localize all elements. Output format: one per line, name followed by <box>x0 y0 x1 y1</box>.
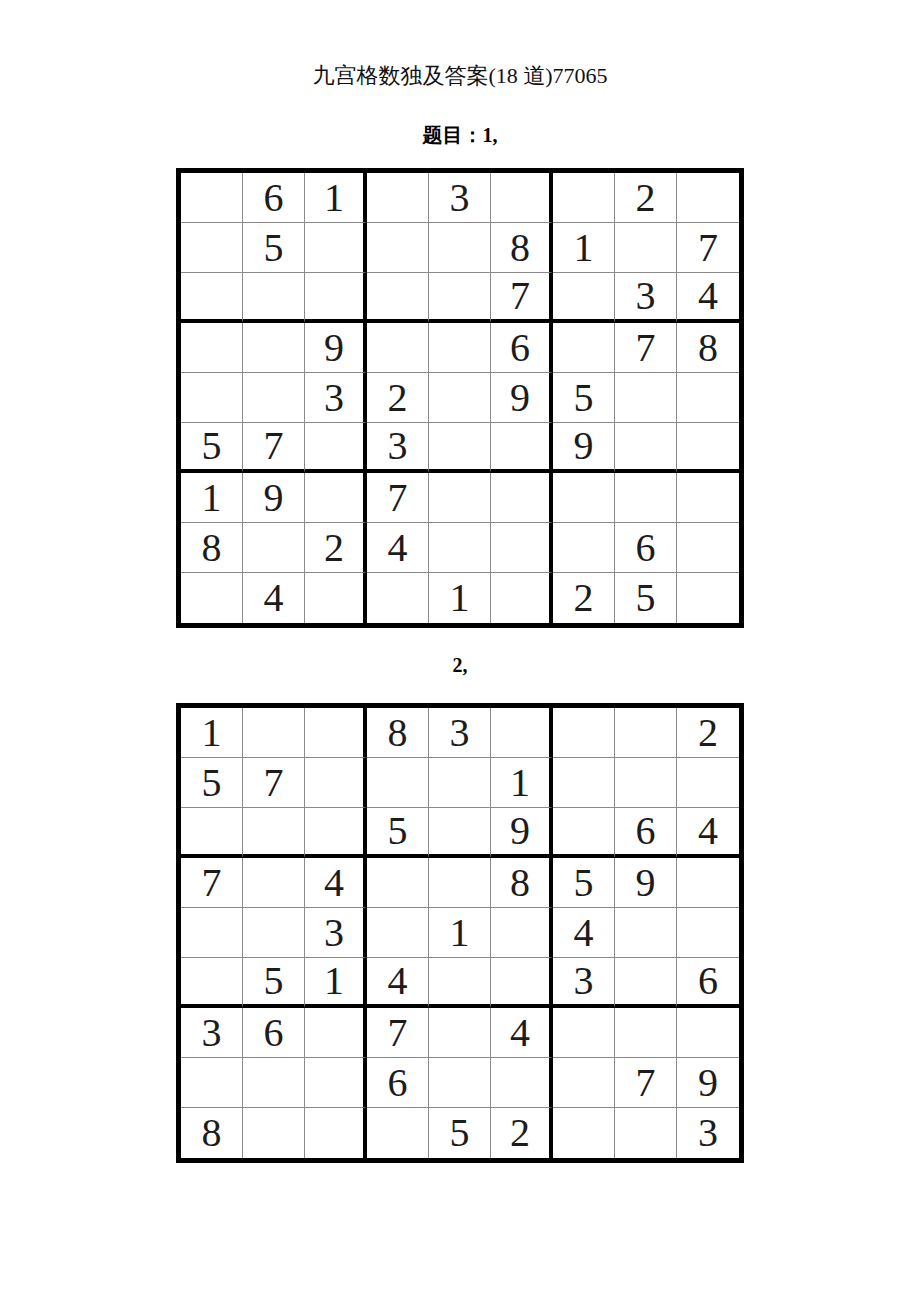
puzzle2-cell-r4c1: 7 <box>181 858 243 908</box>
puzzle1-cell-r5c6: 9 <box>491 373 553 423</box>
puzzle1-cell-r6c4: 3 <box>367 423 429 473</box>
puzzle2-cell-r6c8 <box>615 958 677 1008</box>
puzzle2-cell-r5c5: 1 <box>429 908 491 958</box>
puzzle2-cell-r3c4: 5 <box>367 808 429 858</box>
puzzle2-cell-r8c4: 6 <box>367 1058 429 1108</box>
puzzle2-cell-r9c7 <box>553 1108 615 1158</box>
sudoku-board-2: 18325715964748593145143636746798523 <box>176 703 744 1163</box>
puzzle2-cell-r9c5: 5 <box>429 1108 491 1158</box>
puzzle1-cell-r6c1: 5 <box>181 423 243 473</box>
puzzle1-cell-r8c2 <box>243 523 305 573</box>
puzzle1-cell-r7c5 <box>429 473 491 523</box>
puzzle2-cell-r3c7 <box>553 808 615 858</box>
puzzle2-cell-r8c5 <box>429 1058 491 1108</box>
puzzle2-cell-r8c9: 9 <box>677 1058 739 1108</box>
puzzle-2-label: 2, <box>0 652 920 678</box>
puzzle2-cell-r5c2 <box>243 908 305 958</box>
puzzle-1-label: 题目：1, <box>0 122 920 148</box>
puzzle1-cell-r9c4 <box>367 573 429 623</box>
puzzle2-cell-r3c3 <box>305 808 367 858</box>
puzzle2-cell-r2c4 <box>367 758 429 808</box>
sudoku-board-1: 6132581773496783295573919782464125 <box>176 168 744 628</box>
puzzle1-cell-r1c8: 2 <box>615 173 677 223</box>
puzzle1-cell-r7c7 <box>553 473 615 523</box>
puzzle1-cell-r5c8 <box>615 373 677 423</box>
puzzle2-cell-r8c8: 7 <box>615 1058 677 1108</box>
puzzle1-cell-r9c6 <box>491 573 553 623</box>
puzzle1-cell-r2c7: 1 <box>553 223 615 273</box>
puzzle2-cell-r9c8 <box>615 1108 677 1158</box>
puzzle2-cell-r4c4 <box>367 858 429 908</box>
puzzle2-cell-r9c1: 8 <box>181 1108 243 1158</box>
puzzle1-cell-r1c4 <box>367 173 429 223</box>
puzzle1-cell-r4c3: 9 <box>305 323 367 373</box>
puzzle2-cell-r6c7: 3 <box>553 958 615 1008</box>
puzzle1-cell-r6c3 <box>305 423 367 473</box>
puzzle1-cell-r4c9: 8 <box>677 323 739 373</box>
puzzle1-cell-r5c2 <box>243 373 305 423</box>
puzzle1-cell-r9c3 <box>305 573 367 623</box>
puzzle2-cell-r4c8: 9 <box>615 858 677 908</box>
puzzle1-cell-r1c3: 1 <box>305 173 367 223</box>
puzzle1-cell-r8c5 <box>429 523 491 573</box>
puzzle2-cell-r1c3 <box>305 708 367 758</box>
puzzle1-cell-r1c2: 6 <box>243 173 305 223</box>
puzzle1-cell-r9c5: 1 <box>429 573 491 623</box>
puzzle1-cell-r8c3: 2 <box>305 523 367 573</box>
puzzle2-cell-r6c5 <box>429 958 491 1008</box>
puzzle2-cell-r3c2 <box>243 808 305 858</box>
puzzle2-cell-r8c6 <box>491 1058 553 1108</box>
puzzle1-cell-r9c9 <box>677 573 739 623</box>
puzzle1-cell-r9c1 <box>181 573 243 623</box>
puzzle2-cell-r7c7 <box>553 1008 615 1058</box>
puzzle2-cell-r9c6: 2 <box>491 1108 553 1158</box>
puzzle1-cell-r1c5: 3 <box>429 173 491 223</box>
puzzle2-cell-r8c3 <box>305 1058 367 1108</box>
puzzle2-cell-r2c7 <box>553 758 615 808</box>
puzzle1-cell-r2c6: 8 <box>491 223 553 273</box>
puzzle2-cell-r7c1: 3 <box>181 1008 243 1058</box>
puzzle1-cell-r5c4: 2 <box>367 373 429 423</box>
puzzle2-cell-r6c9: 6 <box>677 958 739 1008</box>
puzzle2-cell-r1c1: 1 <box>181 708 243 758</box>
puzzle2-cell-r1c5: 3 <box>429 708 491 758</box>
puzzle2-cell-r3c8: 6 <box>615 808 677 858</box>
puzzle1-cell-r7c6 <box>491 473 553 523</box>
puzzle1-cell-r6c2: 7 <box>243 423 305 473</box>
puzzle2-cell-r9c4 <box>367 1108 429 1158</box>
puzzle2-cell-r1c6 <box>491 708 553 758</box>
puzzle1-cell-r3c8: 3 <box>615 273 677 323</box>
puzzle1-cell-r5c1 <box>181 373 243 423</box>
puzzle2-cell-r3c1 <box>181 808 243 858</box>
puzzle1-cell-r3c6: 7 <box>491 273 553 323</box>
puzzle2-cell-r3c6: 9 <box>491 808 553 858</box>
puzzle1-cell-r8c9 <box>677 523 739 573</box>
puzzle1-cell-r8c1: 8 <box>181 523 243 573</box>
puzzle2-cell-r5c6 <box>491 908 553 958</box>
puzzle1-cell-r4c7 <box>553 323 615 373</box>
puzzle1-cell-r2c3 <box>305 223 367 273</box>
puzzle1-cell-r1c7 <box>553 173 615 223</box>
puzzle2-cell-r4c2 <box>243 858 305 908</box>
puzzle1-cell-r1c1 <box>181 173 243 223</box>
puzzle2-cell-r7c9 <box>677 1008 739 1058</box>
puzzle2-cell-r2c3 <box>305 758 367 808</box>
puzzle1-cell-r6c6 <box>491 423 553 473</box>
puzzle2-cell-r5c3: 3 <box>305 908 367 958</box>
puzzle1-cell-r6c9 <box>677 423 739 473</box>
puzzle2-cell-r2c8 <box>615 758 677 808</box>
puzzle1-cell-r9c7: 2 <box>553 573 615 623</box>
puzzle1-cell-r8c7 <box>553 523 615 573</box>
puzzle2-cell-r9c2 <box>243 1108 305 1158</box>
puzzle2-cell-r4c3: 4 <box>305 858 367 908</box>
puzzle1-cell-r3c1 <box>181 273 243 323</box>
puzzle2-cell-r4c6: 8 <box>491 858 553 908</box>
puzzle1-cell-r6c8 <box>615 423 677 473</box>
puzzle1-cell-r2c4 <box>367 223 429 273</box>
puzzle1-cell-r2c9: 7 <box>677 223 739 273</box>
puzzle1-cell-r9c2: 4 <box>243 573 305 623</box>
puzzle2-cell-r1c2 <box>243 708 305 758</box>
puzzle1-cell-r4c6: 6 <box>491 323 553 373</box>
puzzle2-cell-r8c7 <box>553 1058 615 1108</box>
puzzle2-cell-r7c5 <box>429 1008 491 1058</box>
puzzle1-cell-r7c3 <box>305 473 367 523</box>
puzzle1-cell-r9c8: 5 <box>615 573 677 623</box>
puzzle2-cell-r2c9 <box>677 758 739 808</box>
puzzle1-cell-r6c5 <box>429 423 491 473</box>
puzzle1-cell-r1c6 <box>491 173 553 223</box>
puzzle1-cell-r5c5 <box>429 373 491 423</box>
puzzle2-cell-r1c9: 2 <box>677 708 739 758</box>
puzzle2-cell-r5c4 <box>367 908 429 958</box>
puzzle2-cell-r6c4: 4 <box>367 958 429 1008</box>
puzzle2-cell-r1c4: 8 <box>367 708 429 758</box>
puzzle2-cell-r4c9 <box>677 858 739 908</box>
puzzle1-cell-r2c5 <box>429 223 491 273</box>
puzzle2-cell-r6c1 <box>181 958 243 1008</box>
puzzle1-cell-r4c2 <box>243 323 305 373</box>
puzzle1-cell-r2c2: 5 <box>243 223 305 273</box>
puzzle2-cell-r2c1: 5 <box>181 758 243 808</box>
puzzle1-cell-r1c9 <box>677 173 739 223</box>
puzzle2-cell-r7c3 <box>305 1008 367 1058</box>
puzzle1-cell-r2c8 <box>615 223 677 273</box>
puzzle1-cell-r7c8 <box>615 473 677 523</box>
puzzle2-cell-r1c7 <box>553 708 615 758</box>
puzzle1-cell-r7c4: 7 <box>367 473 429 523</box>
puzzle2-cell-r5c1 <box>181 908 243 958</box>
puzzle1-cell-r7c2: 9 <box>243 473 305 523</box>
puzzle2-cell-r8c1 <box>181 1058 243 1108</box>
puzzle1-cell-r7c1: 1 <box>181 473 243 523</box>
puzzle2-cell-r6c2: 5 <box>243 958 305 1008</box>
puzzle2-cell-r4c5 <box>429 858 491 908</box>
puzzle2-cell-r2c6: 1 <box>491 758 553 808</box>
puzzle1-cell-r4c4 <box>367 323 429 373</box>
puzzle2-cell-r5c7: 4 <box>553 908 615 958</box>
puzzle2-cell-r3c5 <box>429 808 491 858</box>
puzzle1-cell-r8c8: 6 <box>615 523 677 573</box>
puzzle2-cell-r8c2 <box>243 1058 305 1108</box>
puzzle1-cell-r5c3: 3 <box>305 373 367 423</box>
puzzle2-cell-r5c8 <box>615 908 677 958</box>
page-title: 九宫格数独及答案(18 道)77065 <box>0 62 920 90</box>
puzzle1-cell-r8c6 <box>491 523 553 573</box>
puzzle1-cell-r5c7: 5 <box>553 373 615 423</box>
puzzle2-cell-r9c9: 3 <box>677 1108 739 1158</box>
puzzle2-cell-r7c8 <box>615 1008 677 1058</box>
puzzle1-cell-r2c1 <box>181 223 243 273</box>
puzzle2-cell-r6c6 <box>491 958 553 1008</box>
puzzle2-cell-r1c8 <box>615 708 677 758</box>
puzzle1-cell-r3c4 <box>367 273 429 323</box>
puzzle1-cell-r6c7: 9 <box>553 423 615 473</box>
puzzle2-cell-r2c2: 7 <box>243 758 305 808</box>
puzzle1-cell-r3c2 <box>243 273 305 323</box>
puzzle1-cell-r4c8: 7 <box>615 323 677 373</box>
puzzle2-cell-r7c6: 4 <box>491 1008 553 1058</box>
document-page: 九宫格数独及答案(18 道)77065 题目：1, 61325817734967… <box>0 0 920 1163</box>
puzzle1-cell-r3c7 <box>553 273 615 323</box>
puzzle2-cell-r4c7: 5 <box>553 858 615 908</box>
puzzle2-cell-r6c3: 1 <box>305 958 367 1008</box>
puzzle1-cell-r4c5 <box>429 323 491 373</box>
puzzle1-cell-r5c9 <box>677 373 739 423</box>
puzzle2-cell-r7c4: 7 <box>367 1008 429 1058</box>
puzzle2-cell-r5c9 <box>677 908 739 958</box>
puzzle2-cell-r2c5 <box>429 758 491 808</box>
puzzle1-cell-r8c4: 4 <box>367 523 429 573</box>
puzzle2-cell-r9c3 <box>305 1108 367 1158</box>
puzzle1-cell-r4c1 <box>181 323 243 373</box>
puzzle2-cell-r3c9: 4 <box>677 808 739 858</box>
puzzle1-cell-r3c9: 4 <box>677 273 739 323</box>
puzzle1-cell-r3c3 <box>305 273 367 323</box>
puzzle1-cell-r7c9 <box>677 473 739 523</box>
puzzle2-cell-r7c2: 6 <box>243 1008 305 1058</box>
puzzle1-cell-r3c5 <box>429 273 491 323</box>
